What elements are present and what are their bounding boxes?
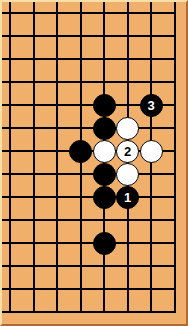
grid-line-vertical (56, 255, 58, 278)
grid-line-vertical (9, 71, 11, 94)
intersection (163, 301, 187, 324)
intersection (92, 140, 116, 163)
intersection (0, 2, 22, 25)
grid-line-vertical (9, 2, 11, 25)
grid-line-vertical (103, 2, 105, 25)
intersection (116, 209, 140, 232)
intersection (116, 94, 140, 117)
grid-line-vertical (103, 209, 105, 232)
intersection (69, 140, 93, 163)
intersection (0, 140, 22, 163)
grid-line-vertical (80, 301, 82, 314)
intersection (139, 2, 163, 25)
grid-line-vertical (150, 25, 152, 48)
intersection (116, 163, 140, 186)
intersection (92, 232, 116, 255)
intersection (0, 301, 22, 324)
go-board-grid: 321 (0, 2, 186, 324)
intersection (0, 163, 22, 186)
grid-line-vertical (150, 2, 152, 25)
grid-line-vertical (9, 278, 11, 301)
intersection (45, 301, 69, 324)
intersection (92, 2, 116, 25)
grid-line-vertical (9, 117, 11, 140)
grid-line-vertical (33, 71, 35, 94)
intersection (0, 25, 22, 48)
intersection (69, 48, 93, 71)
intersection (0, 186, 22, 209)
black-stone (93, 232, 116, 255)
intersection (139, 255, 163, 278)
grid-line-vertical (174, 2, 176, 25)
intersection (139, 209, 163, 232)
intersection (0, 71, 22, 94)
grid-line-vertical (103, 71, 105, 94)
intersection (69, 2, 93, 25)
move-1-black-stone: 1 (116, 186, 139, 209)
grid-line-vertical (80, 117, 82, 140)
grid-line-vertical (80, 2, 82, 25)
grid-line-vertical (80, 71, 82, 94)
grid-line-vertical (150, 71, 152, 94)
grid-line-vertical (103, 278, 105, 301)
grid-line-vertical (56, 25, 58, 48)
intersection (163, 94, 187, 117)
grid-line-vertical (33, 255, 35, 278)
intersection (45, 255, 69, 278)
grid-line-vertical (80, 255, 82, 278)
grid-line-vertical (33, 140, 35, 163)
intersection (163, 163, 187, 186)
intersection (0, 278, 22, 301)
grid-line-vertical (9, 186, 11, 209)
intersection (69, 209, 93, 232)
intersection (69, 117, 93, 140)
intersection (69, 278, 93, 301)
black-stone (93, 186, 116, 209)
intersection (92, 48, 116, 71)
grid-line-vertical (174, 117, 176, 140)
intersection (92, 255, 116, 278)
grid-line-vertical (150, 209, 152, 232)
intersection (45, 48, 69, 71)
intersection (22, 140, 46, 163)
grid-line-vertical (33, 48, 35, 71)
intersection (92, 186, 116, 209)
intersection (22, 163, 46, 186)
intersection (69, 71, 93, 94)
black-stone (93, 163, 116, 186)
grid-line-vertical (174, 232, 176, 255)
grid-line-vertical (150, 163, 152, 186)
intersection (69, 255, 93, 278)
grid-line-vertical (127, 232, 129, 255)
intersection (139, 140, 163, 163)
intersection (22, 94, 46, 117)
grid-line-vertical (56, 94, 58, 117)
intersection (116, 301, 140, 324)
intersection (139, 25, 163, 48)
intersection (45, 232, 69, 255)
intersection (163, 48, 187, 71)
white-stone (116, 117, 139, 140)
grid-line-vertical (174, 186, 176, 209)
intersection (69, 94, 93, 117)
intersection (45, 140, 69, 163)
grid-line-vertical (127, 94, 129, 117)
grid-line-vertical (80, 163, 82, 186)
grid-line-vertical (9, 25, 11, 48)
intersection (69, 163, 93, 186)
intersection (0, 209, 22, 232)
white-stone (116, 163, 139, 186)
intersection (116, 255, 140, 278)
intersection (0, 117, 22, 140)
grid-line-vertical (56, 140, 58, 163)
grid-line-vertical (9, 140, 11, 163)
grid-line-vertical (80, 25, 82, 48)
intersection (22, 48, 46, 71)
intersection (139, 117, 163, 140)
grid-line-vertical (56, 301, 58, 314)
go-board-diagram: 321 (0, 0, 188, 326)
white-stone (140, 140, 163, 163)
grid-line-vertical (80, 232, 82, 255)
intersection: 2 (116, 140, 140, 163)
intersection (139, 301, 163, 324)
intersection (45, 163, 69, 186)
intersection (92, 94, 116, 117)
intersection (69, 25, 93, 48)
grid-line-vertical (80, 48, 82, 71)
intersection (139, 186, 163, 209)
intersection (139, 71, 163, 94)
intersection (163, 117, 187, 140)
intersection (92, 25, 116, 48)
intersection (163, 255, 187, 278)
intersection (139, 48, 163, 71)
intersection (92, 301, 116, 324)
intersection (163, 186, 187, 209)
grid-line-vertical (33, 301, 35, 314)
intersection (45, 94, 69, 117)
grid-line-vertical (80, 209, 82, 232)
grid-line-vertical (150, 255, 152, 278)
grid-line-vertical (150, 117, 152, 140)
intersection (0, 48, 22, 71)
grid-line-vertical (80, 186, 82, 209)
grid-line-vertical (33, 186, 35, 209)
intersection (45, 25, 69, 48)
grid-line-vertical (127, 71, 129, 94)
intersection (163, 71, 187, 94)
grid-line-vertical (56, 48, 58, 71)
grid-line-vertical (150, 278, 152, 301)
intersection (139, 278, 163, 301)
move-2-white-stone: 2 (116, 140, 139, 163)
intersection (45, 186, 69, 209)
intersection (0, 94, 22, 117)
intersection: 3 (139, 94, 163, 117)
intersection (0, 255, 22, 278)
intersection (22, 186, 46, 209)
grid-line-vertical (33, 117, 35, 140)
grid-line-vertical (56, 186, 58, 209)
intersection (69, 186, 93, 209)
grid-line-vertical (174, 278, 176, 301)
grid-line-vertical (127, 255, 129, 278)
intersection (92, 117, 116, 140)
grid-line-vertical (103, 255, 105, 278)
grid-line-vertical (56, 278, 58, 301)
grid-line-vertical (150, 48, 152, 71)
grid-line-vertical (174, 209, 176, 232)
intersection (22, 25, 46, 48)
intersection (22, 232, 46, 255)
grid-line-vertical (174, 71, 176, 94)
grid-line-vertical (56, 71, 58, 94)
grid-line-vertical (127, 301, 129, 314)
intersection (22, 301, 46, 324)
intersection (116, 278, 140, 301)
grid-line-vertical (9, 209, 11, 232)
intersection (22, 71, 46, 94)
black-stone (93, 94, 116, 117)
intersection (139, 163, 163, 186)
intersection (22, 2, 46, 25)
grid-line-vertical (9, 232, 11, 255)
grid-line-vertical (174, 94, 176, 117)
white-stone (93, 140, 116, 163)
grid-line-vertical (127, 25, 129, 48)
intersection (163, 232, 187, 255)
grid-line-vertical (150, 301, 152, 314)
intersection (45, 2, 69, 25)
grid-line-vertical (103, 48, 105, 71)
intersection (116, 2, 140, 25)
grid-line-vertical (56, 232, 58, 255)
grid-line-vertical (56, 2, 58, 25)
grid-line-vertical (9, 94, 11, 117)
black-stone (69, 140, 92, 163)
intersection (92, 163, 116, 186)
grid-line-vertical (103, 301, 105, 314)
grid-line-vertical (127, 209, 129, 232)
intersection (163, 2, 187, 25)
grid-line-vertical (150, 186, 152, 209)
intersection (45, 71, 69, 94)
grid-line-vertical (33, 163, 35, 186)
grid-line-vertical (56, 117, 58, 140)
grid-line-vertical (174, 301, 176, 314)
grid-line-vertical (33, 278, 35, 301)
grid-line-vertical (174, 140, 176, 163)
intersection (163, 25, 187, 48)
intersection (116, 71, 140, 94)
grid-line-vertical (127, 2, 129, 25)
intersection (116, 232, 140, 255)
intersection (163, 140, 187, 163)
grid-line-vertical (103, 25, 105, 48)
grid-line-vertical (56, 209, 58, 232)
intersection (163, 278, 187, 301)
grid-line-vertical (9, 48, 11, 71)
grid-line-vertical (9, 301, 11, 314)
intersection (92, 71, 116, 94)
intersection (116, 25, 140, 48)
intersection: 1 (116, 186, 140, 209)
grid-line-vertical (174, 163, 176, 186)
grid-line-vertical (33, 25, 35, 48)
intersection (45, 278, 69, 301)
black-stone (93, 117, 116, 140)
intersection (92, 209, 116, 232)
intersection (69, 232, 93, 255)
grid-line-vertical (9, 163, 11, 186)
intersection (22, 209, 46, 232)
intersection (22, 255, 46, 278)
intersection (116, 48, 140, 71)
intersection (0, 232, 22, 255)
intersection (139, 232, 163, 255)
grid-line-vertical (9, 255, 11, 278)
intersection (22, 278, 46, 301)
intersection (22, 117, 46, 140)
intersection (92, 278, 116, 301)
grid-line-vertical (33, 232, 35, 255)
move-3-black-stone: 3 (140, 94, 163, 117)
grid-line-vertical (33, 2, 35, 25)
intersection (45, 209, 69, 232)
intersection (45, 117, 69, 140)
grid-line-vertical (80, 94, 82, 117)
grid-line-vertical (80, 278, 82, 301)
grid-line-vertical (33, 94, 35, 117)
grid-line-vertical (33, 209, 35, 232)
grid-line-vertical (174, 255, 176, 278)
grid-line-vertical (150, 232, 152, 255)
intersection (163, 209, 187, 232)
grid-line-vertical (127, 48, 129, 71)
intersection (116, 117, 140, 140)
grid-line-vertical (56, 163, 58, 186)
grid-line-vertical (174, 48, 176, 71)
grid-line-vertical (174, 25, 176, 48)
intersection (69, 301, 93, 324)
grid-line-vertical (127, 278, 129, 301)
